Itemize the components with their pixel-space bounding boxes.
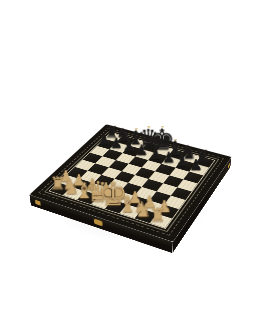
brass-hinge-icon: [228, 162, 230, 168]
black-queen: ♛: [133, 126, 165, 150]
brass-clasp-icon: [94, 218, 103, 226]
chess-set-product-photo[interactable]: ♜♞♝♛♚♝♞♜♟♟♟♟♟♟♟♟♟♟♟♟♟♟♟♟♜♞♝♛♚♝♞♜: [0, 0, 260, 320]
brass-hinge-icon: [35, 200, 41, 206]
square-a2: ♟: [59, 175, 80, 187]
